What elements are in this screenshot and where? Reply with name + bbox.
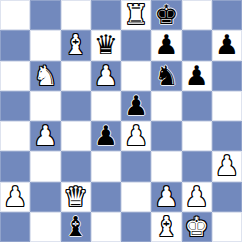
square-e2[interactable] (121, 182, 151, 212)
square-f7[interactable]: ♟ (151, 30, 181, 60)
square-b5[interactable] (30, 91, 60, 121)
square-d8[interactable] (91, 0, 121, 30)
piece-black-pawn: ♟ (185, 61, 209, 91)
square-e3[interactable] (121, 151, 151, 181)
piece-black-knight: ♞ (154, 61, 178, 91)
piece-white-pawn: ♟ (185, 182, 209, 212)
square-c5[interactable] (61, 91, 91, 121)
piece-white-bishop: ♝ (154, 212, 178, 242)
piece-white-queen: ♛ (64, 182, 88, 212)
square-e7[interactable] (121, 30, 151, 60)
square-d4[interactable]: ♟ (91, 121, 121, 151)
square-g4[interactable] (182, 121, 212, 151)
square-d5[interactable] (91, 91, 121, 121)
piece-white-pawn: ♟ (154, 182, 178, 212)
square-h8[interactable] (212, 0, 242, 30)
square-c7[interactable]: ♝ (61, 30, 91, 60)
square-a5[interactable] (0, 91, 30, 121)
square-b1[interactable] (30, 212, 60, 242)
square-h1[interactable] (212, 212, 242, 242)
piece-white-knight: ♞ (33, 61, 57, 91)
square-f4[interactable] (151, 121, 181, 151)
square-e5[interactable]: ♟ (121, 91, 151, 121)
square-b3[interactable] (30, 151, 60, 181)
square-a8[interactable] (0, 0, 30, 30)
square-a6[interactable] (0, 61, 30, 91)
piece-black-pawn: ♟ (154, 30, 178, 60)
square-a3[interactable] (0, 151, 30, 181)
piece-black-pawn: ♟ (124, 91, 148, 121)
square-c4[interactable] (61, 121, 91, 151)
square-g7[interactable] (182, 30, 212, 60)
square-d1[interactable] (91, 212, 121, 242)
piece-white-rook: ♜ (124, 0, 148, 30)
chess-board: ♜♚♝♛♟♟♞♟♞♟♟♟♟♟♟♟♛♟♟♝♝♚ (0, 0, 242, 242)
square-h7[interactable]: ♟ (212, 30, 242, 60)
piece-black-king: ♚ (154, 0, 178, 30)
piece-white-king: ♚ (185, 212, 209, 242)
piece-black-pawn: ♟ (215, 30, 239, 60)
piece-white-pawn: ♟ (124, 121, 148, 151)
square-e4[interactable]: ♟ (121, 121, 151, 151)
square-g8[interactable] (182, 0, 212, 30)
square-b4[interactable]: ♟ (30, 121, 60, 151)
square-a1[interactable] (0, 212, 30, 242)
square-f8[interactable]: ♚ (151, 0, 181, 30)
piece-white-pawn: ♟ (215, 151, 239, 181)
square-h5[interactable] (212, 91, 242, 121)
piece-black-bishop: ♝ (64, 212, 88, 242)
square-b7[interactable] (30, 30, 60, 60)
square-a2[interactable]: ♟ (0, 182, 30, 212)
square-f6[interactable]: ♞ (151, 61, 181, 91)
square-d6[interactable]: ♟ (91, 61, 121, 91)
piece-black-pawn: ♟ (94, 121, 118, 151)
square-d7[interactable]: ♛ (91, 30, 121, 60)
square-g3[interactable] (182, 151, 212, 181)
square-f1[interactable]: ♝ (151, 212, 181, 242)
square-c1[interactable]: ♝ (61, 212, 91, 242)
square-g5[interactable] (182, 91, 212, 121)
piece-white-pawn: ♟ (33, 121, 57, 151)
square-c8[interactable] (61, 0, 91, 30)
square-h2[interactable] (212, 182, 242, 212)
square-e1[interactable] (121, 212, 151, 242)
square-f3[interactable] (151, 151, 181, 181)
square-b8[interactable] (30, 0, 60, 30)
square-b2[interactable] (30, 182, 60, 212)
piece-white-pawn: ♟ (94, 61, 118, 91)
square-e6[interactable] (121, 61, 151, 91)
square-c2[interactable]: ♛ (61, 182, 91, 212)
piece-white-bishop: ♝ (64, 30, 88, 60)
square-g2[interactable]: ♟ (182, 182, 212, 212)
square-c6[interactable] (61, 61, 91, 91)
square-a7[interactable] (0, 30, 30, 60)
square-g6[interactable]: ♟ (182, 61, 212, 91)
square-h6[interactable] (212, 61, 242, 91)
square-d3[interactable] (91, 151, 121, 181)
square-e8[interactable]: ♜ (121, 0, 151, 30)
square-b6[interactable]: ♞ (30, 61, 60, 91)
square-f2[interactable]: ♟ (151, 182, 181, 212)
square-f5[interactable] (151, 91, 181, 121)
square-a4[interactable] (0, 121, 30, 151)
piece-white-pawn: ♟ (3, 182, 27, 212)
piece-black-queen: ♛ (94, 30, 118, 60)
square-c3[interactable] (61, 151, 91, 181)
square-d2[interactable] (91, 182, 121, 212)
square-h3[interactable]: ♟ (212, 151, 242, 181)
square-h4[interactable] (212, 121, 242, 151)
square-g1[interactable]: ♚ (182, 212, 212, 242)
